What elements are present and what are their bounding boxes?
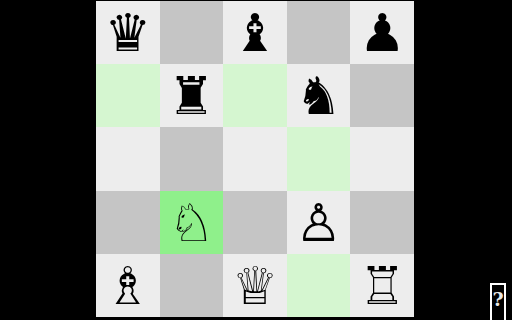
piece-white-knight: ♘ xyxy=(168,191,215,254)
square-e3[interactable] xyxy=(350,127,414,190)
square-b1[interactable] xyxy=(160,254,224,317)
square-c2[interactable] xyxy=(223,191,287,254)
piece-white-bishop: ♗ xyxy=(104,254,151,317)
square-d5[interactable] xyxy=(287,1,351,64)
square-d1[interactable] xyxy=(287,254,351,317)
app-background: ♛♝♟♜♞♘♙♗♕♖ ? xyxy=(0,0,512,320)
piece-black-knight: ♞ xyxy=(295,64,342,127)
help-button[interactable]: ? xyxy=(490,283,506,320)
square-e2[interactable] xyxy=(350,191,414,254)
square-b5[interactable] xyxy=(160,1,224,64)
piece-black-bishop: ♝ xyxy=(232,1,279,64)
square-b3[interactable] xyxy=(160,127,224,190)
question-mark-icon: ? xyxy=(492,288,503,310)
square-e4[interactable] xyxy=(350,64,414,127)
square-c4[interactable] xyxy=(223,64,287,127)
chess-board: ♛♝♟♜♞♘♙♗♕♖ xyxy=(96,1,414,317)
square-c5[interactable]: ♝ xyxy=(223,1,287,64)
piece-white-queen: ♕ xyxy=(232,254,279,317)
piece-white-rook: ♖ xyxy=(359,254,406,317)
piece-white-pawn: ♙ xyxy=(295,191,342,254)
square-c1[interactable]: ♕ xyxy=(223,254,287,317)
square-e5[interactable]: ♟ xyxy=(350,1,414,64)
square-d2[interactable]: ♙ xyxy=(287,191,351,254)
square-c3[interactable] xyxy=(223,127,287,190)
piece-black-queen: ♛ xyxy=(104,1,151,64)
square-b4[interactable]: ♜ xyxy=(160,64,224,127)
square-a1[interactable]: ♗ xyxy=(96,254,160,317)
square-a3[interactable] xyxy=(96,127,160,190)
square-a5[interactable]: ♛ xyxy=(96,1,160,64)
piece-black-rook: ♜ xyxy=(168,64,215,127)
piece-black-pawn: ♟ xyxy=(359,1,406,64)
square-a4[interactable] xyxy=(96,64,160,127)
square-e1[interactable]: ♖ xyxy=(350,254,414,317)
square-b2[interactable]: ♘ xyxy=(160,191,224,254)
square-d4[interactable]: ♞ xyxy=(287,64,351,127)
square-a2[interactable] xyxy=(96,191,160,254)
square-d3[interactable] xyxy=(287,127,351,190)
